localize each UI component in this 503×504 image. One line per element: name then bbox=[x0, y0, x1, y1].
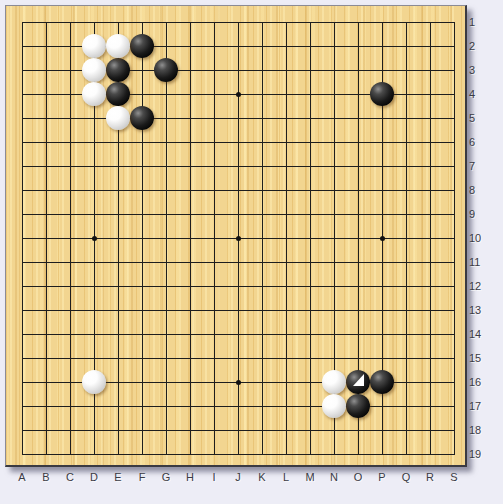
last-move-marker bbox=[353, 374, 364, 386]
row-label-7: 7 bbox=[469, 159, 495, 173]
stone-white-N17[interactable] bbox=[322, 394, 346, 418]
column-label-P: P bbox=[370, 471, 394, 484]
row-label-3: 3 bbox=[469, 63, 495, 77]
star-point bbox=[380, 236, 385, 241]
column-label-G: G bbox=[154, 471, 178, 484]
row-label-5: 5 bbox=[469, 111, 495, 125]
column-label-H: H bbox=[178, 471, 202, 484]
row-label-4: 4 bbox=[469, 87, 495, 101]
stone-white-E5[interactable] bbox=[106, 106, 130, 130]
row-label-12: 12 bbox=[469, 279, 495, 293]
row-label-9: 9 bbox=[469, 207, 495, 221]
go-board bbox=[5, 5, 467, 467]
board-grid[interactable] bbox=[22, 22, 455, 455]
stone-black-P16[interactable] bbox=[370, 370, 394, 394]
column-label-M: M bbox=[298, 471, 322, 484]
stone-black-E3[interactable] bbox=[106, 58, 130, 82]
stone-white-D4[interactable] bbox=[82, 82, 106, 106]
column-label-J: J bbox=[226, 471, 250, 484]
star-point bbox=[236, 380, 241, 385]
row-label-11: 11 bbox=[469, 255, 495, 269]
stone-black-E4[interactable] bbox=[106, 82, 130, 106]
go-app-window: { "game": "go", "board": { "size": 19, "… bbox=[0, 0, 503, 504]
stone-white-D3[interactable] bbox=[82, 58, 106, 82]
row-label-1: 1 bbox=[469, 15, 495, 29]
star-point bbox=[236, 236, 241, 241]
column-label-A: A bbox=[10, 471, 34, 484]
row-label-8: 8 bbox=[469, 183, 495, 197]
row-label-16: 16 bbox=[469, 375, 495, 389]
row-label-10: 10 bbox=[469, 231, 495, 245]
column-label-C: C bbox=[58, 471, 82, 484]
row-label-13: 13 bbox=[469, 303, 495, 317]
row-label-2: 2 bbox=[469, 39, 495, 53]
column-label-N: N bbox=[322, 471, 346, 484]
stone-black-P4[interactable] bbox=[370, 82, 394, 106]
column-label-B: B bbox=[34, 471, 58, 484]
stone-white-D16[interactable] bbox=[82, 370, 106, 394]
star-point bbox=[92, 236, 97, 241]
stone-black-G3[interactable] bbox=[154, 58, 178, 82]
stone-white-E2[interactable] bbox=[106, 34, 130, 58]
column-label-S: S bbox=[442, 471, 466, 484]
row-label-17: 17 bbox=[469, 399, 495, 413]
column-label-Q: Q bbox=[394, 471, 418, 484]
stone-white-D2[interactable] bbox=[82, 34, 106, 58]
column-label-D: D bbox=[82, 471, 106, 484]
stone-white-N16[interactable] bbox=[322, 370, 346, 394]
column-label-L: L bbox=[274, 471, 298, 484]
column-label-E: E bbox=[106, 471, 130, 484]
column-label-K: K bbox=[250, 471, 274, 484]
column-label-R: R bbox=[418, 471, 442, 484]
row-label-14: 14 bbox=[469, 327, 495, 341]
stone-black-O16[interactable] bbox=[346, 370, 370, 394]
row-label-19: 19 bbox=[469, 447, 495, 461]
star-point bbox=[236, 92, 241, 97]
column-label-O: O bbox=[346, 471, 370, 484]
stone-black-F2[interactable] bbox=[130, 34, 154, 58]
column-label-I: I bbox=[202, 471, 226, 484]
stone-black-F5[interactable] bbox=[130, 106, 154, 130]
column-label-F: F bbox=[130, 471, 154, 484]
row-label-18: 18 bbox=[469, 423, 495, 437]
row-label-6: 6 bbox=[469, 135, 495, 149]
stone-black-O17[interactable] bbox=[346, 394, 370, 418]
row-label-15: 15 bbox=[469, 351, 495, 365]
